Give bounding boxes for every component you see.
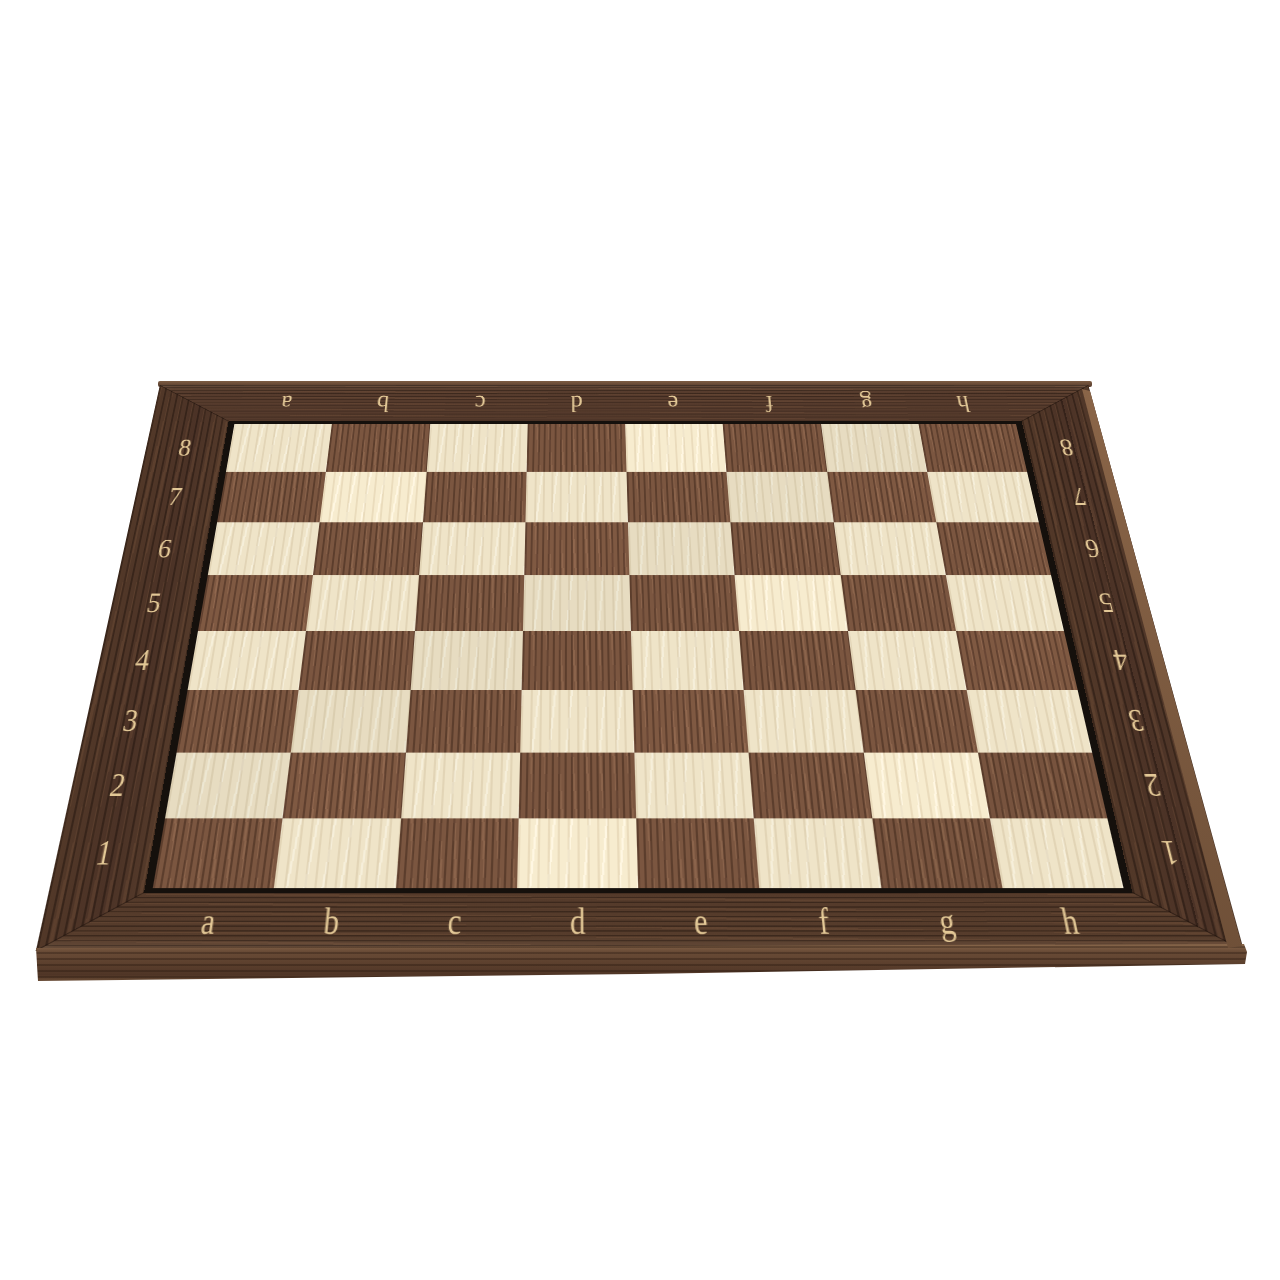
square-e3[interactable] bbox=[633, 690, 749, 752]
square-d1[interactable] bbox=[517, 818, 638, 888]
square-f6[interactable] bbox=[731, 522, 841, 575]
square-b6[interactable] bbox=[313, 522, 422, 575]
square-e2[interactable] bbox=[634, 752, 754, 818]
square-h4[interactable] bbox=[956, 631, 1078, 690]
square-c2[interactable] bbox=[401, 752, 520, 818]
square-e5[interactable] bbox=[629, 575, 739, 631]
square-e6[interactable] bbox=[628, 522, 735, 575]
square-c6[interactable] bbox=[419, 522, 526, 575]
square-c4[interactable] bbox=[410, 631, 523, 690]
square-c8[interactable] bbox=[426, 424, 527, 472]
square-g4[interactable] bbox=[847, 631, 966, 690]
square-b8[interactable] bbox=[326, 424, 430, 472]
square-g8[interactable] bbox=[821, 424, 927, 472]
squares-grid bbox=[153, 424, 1124, 888]
square-b5[interactable] bbox=[306, 575, 418, 631]
square-f2[interactable] bbox=[749, 752, 872, 818]
square-f3[interactable] bbox=[744, 690, 863, 752]
square-e4[interactable] bbox=[631, 631, 744, 690]
square-d6[interactable] bbox=[524, 522, 629, 575]
square-d7[interactable] bbox=[525, 472, 628, 522]
square-a1[interactable] bbox=[153, 818, 283, 888]
square-d3[interactable] bbox=[520, 690, 634, 752]
square-g2[interactable] bbox=[863, 752, 989, 818]
square-c3[interactable] bbox=[405, 690, 521, 752]
square-e7[interactable] bbox=[627, 472, 731, 522]
square-f7[interactable] bbox=[727, 472, 834, 522]
square-a5[interactable] bbox=[198, 575, 313, 631]
square-f1[interactable] bbox=[754, 818, 881, 888]
photo-background: abcdefgh abcdefgh 87654321 87654321 bbox=[0, 0, 1280, 1280]
camera-keystone-wrapper: abcdefgh abcdefgh 87654321 87654321 bbox=[0, 0, 1280, 1280]
square-d8[interactable] bbox=[526, 424, 626, 472]
square-e8[interactable] bbox=[625, 424, 726, 472]
square-h3[interactable] bbox=[966, 690, 1092, 752]
square-h2[interactable] bbox=[978, 752, 1108, 818]
square-d5[interactable] bbox=[523, 575, 631, 631]
square-a4[interactable] bbox=[188, 631, 307, 690]
square-a3[interactable] bbox=[177, 690, 299, 752]
square-h5[interactable] bbox=[946, 575, 1064, 631]
square-g7[interactable] bbox=[827, 472, 936, 522]
square-f8[interactable] bbox=[723, 424, 827, 472]
square-a2[interactable] bbox=[165, 752, 291, 818]
square-b2[interactable] bbox=[283, 752, 406, 818]
square-h7[interactable] bbox=[927, 472, 1039, 522]
square-b4[interactable] bbox=[299, 631, 415, 690]
square-h8[interactable] bbox=[918, 424, 1027, 472]
square-g1[interactable] bbox=[872, 818, 1002, 888]
square-g3[interactable] bbox=[855, 690, 978, 752]
square-b3[interactable] bbox=[291, 690, 410, 752]
square-g6[interactable] bbox=[833, 522, 945, 575]
square-b1[interactable] bbox=[274, 818, 401, 888]
square-a6[interactable] bbox=[208, 522, 320, 575]
square-a8[interactable] bbox=[226, 424, 332, 472]
square-e1[interactable] bbox=[636, 818, 759, 888]
square-g5[interactable] bbox=[840, 575, 956, 631]
square-c1[interactable] bbox=[395, 818, 518, 888]
playing-area bbox=[144, 421, 1132, 893]
square-b7[interactable] bbox=[320, 472, 426, 522]
square-h1[interactable] bbox=[990, 818, 1124, 888]
square-f5[interactable] bbox=[735, 575, 848, 631]
square-d4[interactable] bbox=[521, 631, 632, 690]
square-c7[interactable] bbox=[423, 472, 527, 522]
chess-board: abcdefgh abcdefgh 87654321 87654321 bbox=[36, 385, 1244, 951]
square-d2[interactable] bbox=[518, 752, 636, 818]
square-f4[interactable] bbox=[739, 631, 855, 690]
square-a7[interactable] bbox=[217, 472, 326, 522]
square-c5[interactable] bbox=[414, 575, 524, 631]
square-h6[interactable] bbox=[936, 522, 1051, 575]
